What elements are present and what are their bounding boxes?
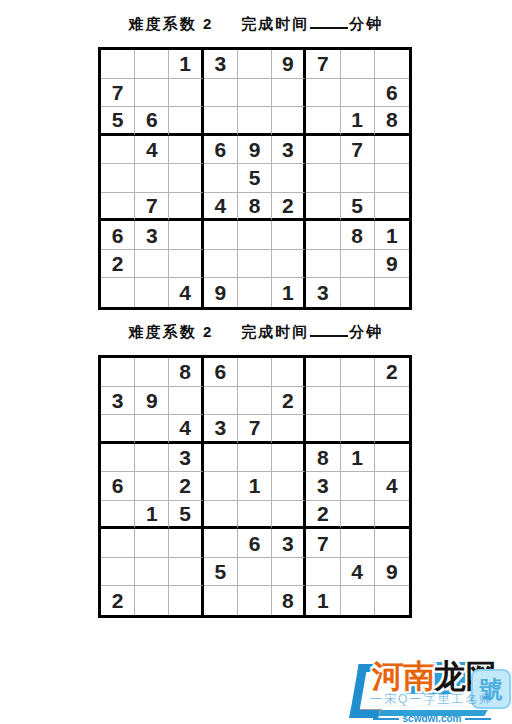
cell-r9c3 — [169, 586, 203, 615]
cell-r6c3: 5 — [169, 501, 203, 530]
cell-r6c7: 2 — [306, 501, 340, 530]
time-blank-line — [310, 322, 348, 337]
cell-r8c4: 5 — [204, 558, 238, 587]
cell-r7c1: 6 — [101, 221, 135, 250]
cell-r7c2: 3 — [135, 221, 169, 250]
cell-r4c7: 8 — [306, 444, 340, 473]
cell-r1c4: 6 — [204, 358, 238, 387]
cell-r6c9 — [375, 193, 409, 222]
cell-r8c6 — [272, 558, 306, 587]
cell-r3c4 — [204, 107, 238, 136]
cell-r5c6 — [272, 472, 306, 501]
cell-r4c6 — [272, 444, 306, 473]
cell-r6c4 — [204, 501, 238, 530]
cell-r7c6 — [272, 221, 306, 250]
cell-r6c2: 7 — [135, 193, 169, 222]
cell-r5c6 — [272, 164, 306, 193]
cell-r2c8 — [341, 79, 375, 108]
cell-r1c4: 3 — [204, 50, 238, 79]
cell-r4c1 — [101, 444, 135, 473]
cell-r3c6 — [272, 107, 306, 136]
cell-r5c9: 4 — [375, 472, 409, 501]
cell-r4c1 — [101, 136, 135, 165]
cell-r2c4 — [204, 79, 238, 108]
cell-r8c2 — [135, 558, 169, 587]
cell-r2c6 — [272, 79, 306, 108]
cell-r8c7 — [306, 250, 340, 279]
cell-r3c6 — [272, 415, 306, 444]
cell-r3c8: 1 — [341, 107, 375, 136]
cell-r7c2 — [135, 529, 169, 558]
cell-r2c7 — [306, 387, 340, 416]
cell-r2c5 — [238, 387, 272, 416]
cell-r5c1 — [101, 164, 135, 193]
cell-r5c7 — [306, 164, 340, 193]
cell-r7c4 — [204, 221, 238, 250]
time-blank-line — [310, 14, 348, 29]
cell-r2c3 — [169, 79, 203, 108]
cell-r3c7 — [306, 107, 340, 136]
cell-r9c9 — [375, 278, 409, 307]
cell-r9c6: 1 — [272, 278, 306, 307]
cell-r1c3: 1 — [169, 50, 203, 79]
cell-r9c4: 9 — [204, 278, 238, 307]
cell-r9c6: 8 — [272, 586, 306, 615]
cell-r9c8 — [341, 586, 375, 615]
time-label: 完成时间 — [241, 323, 309, 340]
cell-r3c9: 8 — [375, 107, 409, 136]
cell-r3c1 — [101, 415, 135, 444]
cell-r7c7: 7 — [306, 529, 340, 558]
cell-r9c8 — [341, 278, 375, 307]
cell-r7c6: 3 — [272, 529, 306, 558]
cell-r9c3: 4 — [169, 278, 203, 307]
cell-r4c2: 4 — [135, 136, 169, 165]
cell-r8c1: 2 — [101, 250, 135, 279]
cell-r7c9 — [375, 529, 409, 558]
cell-r2c2 — [135, 79, 169, 108]
cell-r8c3 — [169, 558, 203, 587]
cell-r6c9 — [375, 501, 409, 530]
cell-r4c9 — [375, 444, 409, 473]
cell-r1c3: 8 — [169, 358, 203, 387]
cell-r4c7 — [306, 136, 340, 165]
cell-r8c8 — [341, 250, 375, 279]
cell-r9c5 — [238, 278, 272, 307]
cell-r3c4: 3 — [204, 415, 238, 444]
cell-r9c9 — [375, 586, 409, 615]
domain-text: scwdwl.com — [352, 713, 512, 724]
cell-r9c2 — [135, 586, 169, 615]
cell-r4c3: 3 — [169, 444, 203, 473]
cell-r5c5: 1 — [238, 472, 272, 501]
cell-r1c2 — [135, 358, 169, 387]
cell-r9c5 — [238, 586, 272, 615]
difficulty-label: 难度系数 2 — [129, 15, 214, 32]
domain-url: scwdwl.com — [403, 713, 462, 724]
cell-r6c1 — [101, 501, 135, 530]
cell-r6c5: 8 — [238, 193, 272, 222]
cell-r7c4 — [204, 529, 238, 558]
cell-r5c4 — [204, 472, 238, 501]
cell-r5c1: 6 — [101, 472, 135, 501]
cell-r8c4 — [204, 250, 238, 279]
cell-r4c5: 9 — [238, 136, 272, 165]
overlay-watermark-text: 一宋Q一字里工名师 — [370, 691, 493, 708]
cell-r8c5 — [238, 250, 272, 279]
puzzle1-header: 难度系数 2完成时间分钟 — [0, 14, 512, 34]
difficulty-label: 难度系数 2 — [129, 323, 214, 340]
cell-r4c6: 3 — [272, 136, 306, 165]
cell-r1c1 — [101, 50, 135, 79]
cell-r4c2 — [135, 444, 169, 473]
cell-r1c5 — [238, 50, 272, 79]
cell-r9c1: 2 — [101, 586, 135, 615]
minutes-label: 分钟 — [349, 15, 383, 32]
cell-r6c6: 2 — [272, 193, 306, 222]
cell-r7c8: 8 — [341, 221, 375, 250]
cell-r6c6 — [272, 501, 306, 530]
cell-r2c7 — [306, 79, 340, 108]
cell-r8c8: 4 — [341, 558, 375, 587]
cell-r3c1: 5 — [101, 107, 135, 136]
cell-r6c8 — [341, 501, 375, 530]
cell-r5c4 — [204, 164, 238, 193]
cell-r8c5 — [238, 558, 272, 587]
cell-r7c3 — [169, 221, 203, 250]
cell-r1c2 — [135, 50, 169, 79]
cell-r6c5 — [238, 501, 272, 530]
cell-r8c1 — [101, 558, 135, 587]
cell-r4c3 — [169, 136, 203, 165]
cell-r1c7 — [306, 358, 340, 387]
cell-r3c8 — [341, 415, 375, 444]
domain-dash-left — [373, 718, 399, 720]
cell-r7c9: 1 — [375, 221, 409, 250]
time-label: 完成时间 — [241, 15, 309, 32]
cell-r6c3 — [169, 193, 203, 222]
puzzle2-header: 难度系数 2完成时间分钟 — [0, 322, 512, 342]
cell-r5c8 — [341, 472, 375, 501]
cell-r2c5 — [238, 79, 272, 108]
cell-r1c6 — [272, 358, 306, 387]
brand-text-henan: 河南 — [372, 658, 434, 694]
cell-r5c8 — [341, 164, 375, 193]
cell-r6c7 — [306, 193, 340, 222]
cell-r2c1: 3 — [101, 387, 135, 416]
cell-r8c6 — [272, 250, 306, 279]
cell-r2c6: 2 — [272, 387, 306, 416]
cell-r7c7 — [306, 221, 340, 250]
cell-r5c5: 5 — [238, 164, 272, 193]
cell-r3c3: 4 — [169, 415, 203, 444]
watermark-logo: 河南龙网 號 一宋Q一字里工名师 scwdwl.com — [352, 654, 512, 724]
cell-r1c8 — [341, 358, 375, 387]
minutes-label: 分钟 — [349, 323, 383, 340]
cell-r8c7 — [306, 558, 340, 587]
cell-r5c3: 2 — [169, 472, 203, 501]
sudoku-grid-1: 1397765618469375748256381294913 — [98, 47, 412, 310]
cell-r9c1 — [101, 278, 135, 307]
cell-r1c9 — [375, 50, 409, 79]
cell-r3c9 — [375, 415, 409, 444]
cell-r9c2 — [135, 278, 169, 307]
cell-r6c1 — [101, 193, 135, 222]
cell-r5c9 — [375, 164, 409, 193]
cell-r7c1 — [101, 529, 135, 558]
cell-r2c3 — [169, 387, 203, 416]
cell-r1c8 — [341, 50, 375, 79]
cell-r7c5: 6 — [238, 529, 272, 558]
domain-dash-right — [465, 718, 491, 720]
cell-r2c1: 7 — [101, 79, 135, 108]
cell-r2c9 — [375, 387, 409, 416]
cell-r7c3 — [169, 529, 203, 558]
cell-r7c8 — [341, 529, 375, 558]
cell-r9c7: 3 — [306, 278, 340, 307]
cell-r3c7 — [306, 415, 340, 444]
cell-r1c1 — [101, 358, 135, 387]
cell-r1c5 — [238, 358, 272, 387]
cell-r5c2 — [135, 472, 169, 501]
cell-r9c7: 1 — [306, 586, 340, 615]
cell-r1c7: 7 — [306, 50, 340, 79]
cell-r4c8: 7 — [341, 136, 375, 165]
cell-r2c9: 6 — [375, 79, 409, 108]
cell-r4c5 — [238, 444, 272, 473]
cell-r3c2 — [135, 415, 169, 444]
cell-r5c7: 3 — [306, 472, 340, 501]
cell-r5c2 — [135, 164, 169, 193]
cell-r6c4: 4 — [204, 193, 238, 222]
cell-r6c8: 5 — [341, 193, 375, 222]
cell-r3c2: 6 — [135, 107, 169, 136]
cell-r8c9: 9 — [375, 558, 409, 587]
cell-r2c8 — [341, 387, 375, 416]
cell-r5c3 — [169, 164, 203, 193]
cell-r1c6: 9 — [272, 50, 306, 79]
cell-r8c2 — [135, 250, 169, 279]
cell-r4c9 — [375, 136, 409, 165]
cell-r4c8: 1 — [341, 444, 375, 473]
cell-r7c5 — [238, 221, 272, 250]
cell-r8c3 — [169, 250, 203, 279]
cell-r2c4 — [204, 387, 238, 416]
cell-r4c4 — [204, 444, 238, 473]
cell-r6c2: 1 — [135, 501, 169, 530]
cell-r3c3 — [169, 107, 203, 136]
sudoku-grid-2: 86239243738162134152637549281 — [98, 355, 412, 618]
cell-r2c2: 9 — [135, 387, 169, 416]
cell-r8c9: 9 — [375, 250, 409, 279]
cell-r3c5 — [238, 107, 272, 136]
cell-r9c4 — [204, 586, 238, 615]
cell-r1c9: 2 — [375, 358, 409, 387]
cell-r4c4: 6 — [204, 136, 238, 165]
cell-r3c5: 7 — [238, 415, 272, 444]
